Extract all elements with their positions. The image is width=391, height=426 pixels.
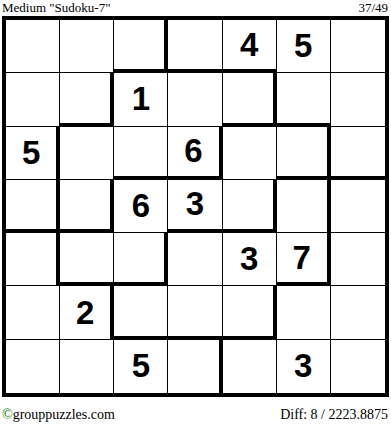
- cells-remaining-counter: 37/49: [358, 0, 388, 15]
- cell-r5c2[interactable]: [60, 233, 114, 286]
- cell-r5c4[interactable]: [168, 233, 222, 286]
- cell-r7c7[interactable]: [331, 340, 385, 393]
- header: Medium "Sudoku-7" 37/49: [2, 0, 388, 16]
- cell-r4c1[interactable]: [6, 180, 60, 233]
- copyright-icon: ©: [2, 407, 13, 422]
- cell-r1c7[interactable]: [331, 20, 385, 73]
- cell-r3c3[interactable]: [114, 127, 168, 180]
- cell-r1c3[interactable]: [114, 20, 168, 73]
- cell-r7c4[interactable]: [168, 340, 222, 393]
- cell-r6c3[interactable]: [114, 286, 168, 339]
- cell-r6c1[interactable]: [6, 286, 60, 339]
- copyright-site: grouppuzzles.com: [13, 407, 115, 422]
- cell-r4c2[interactable]: [60, 180, 114, 233]
- difficulty-rating: Diff: 8 / 2223.8875: [280, 407, 388, 423]
- cell-r3c6[interactable]: [277, 127, 331, 180]
- cell-r7c2[interactable]: [60, 340, 114, 393]
- cell-r1c1[interactable]: [6, 20, 60, 73]
- cell-r3c7[interactable]: [331, 127, 385, 180]
- cell-r7c1[interactable]: [6, 340, 60, 393]
- cell-r4c4-given-3: 3: [168, 180, 222, 233]
- cell-r5c3[interactable]: [114, 233, 168, 286]
- cell-r6c5[interactable]: [223, 286, 277, 339]
- cell-r3c1-given-5: 5: [6, 127, 60, 180]
- cell-r1c5-given-4: 4: [223, 20, 277, 73]
- cell-r2c7[interactable]: [331, 73, 385, 126]
- cell-r5c5-given-3: 3: [223, 233, 277, 286]
- cell-r6c2-given-2: 2: [60, 286, 114, 339]
- cell-r2c4[interactable]: [168, 73, 222, 126]
- cell-r2c2[interactable]: [60, 73, 114, 126]
- cell-r5c7[interactable]: [331, 233, 385, 286]
- cell-r1c6-given-5: 5: [277, 20, 331, 73]
- copyright: ©grouppuzzles.com: [2, 407, 115, 423]
- footer: ©grouppuzzles.com Diff: 8 / 2223.8875: [2, 406, 388, 423]
- cell-r2c3-given-1: 1: [114, 73, 168, 126]
- cell-r4c7[interactable]: [331, 180, 385, 233]
- cell-r1c4[interactable]: [168, 20, 222, 73]
- cell-r5c6-given-7: 7: [277, 233, 331, 286]
- puzzle-title: Medium "Sudoku-7": [2, 0, 110, 15]
- cell-r2c1[interactable]: [6, 73, 60, 126]
- cell-r2c5[interactable]: [223, 73, 277, 126]
- cell-r4c5[interactable]: [223, 180, 277, 233]
- cell-r5c1[interactable]: [6, 233, 60, 286]
- cell-r3c2[interactable]: [60, 127, 114, 180]
- cell-r6c6[interactable]: [277, 286, 331, 339]
- cell-r2c6[interactable]: [277, 73, 331, 126]
- cell-r4c3-given-6: 6: [114, 180, 168, 233]
- cell-r7c6-given-3: 3: [277, 340, 331, 393]
- cell-r6c4[interactable]: [168, 286, 222, 339]
- cell-r4c6[interactable]: [277, 180, 331, 233]
- cell-r7c5[interactable]: [223, 340, 277, 393]
- sudoku-7-board: 451566337253: [2, 16, 389, 397]
- cell-r1c2[interactable]: [60, 20, 114, 73]
- cell-r7c3-given-5: 5: [114, 340, 168, 393]
- cell-r3c4-given-6: 6: [168, 127, 222, 180]
- cell-r6c7[interactable]: [331, 286, 385, 339]
- cell-r3c5[interactable]: [223, 127, 277, 180]
